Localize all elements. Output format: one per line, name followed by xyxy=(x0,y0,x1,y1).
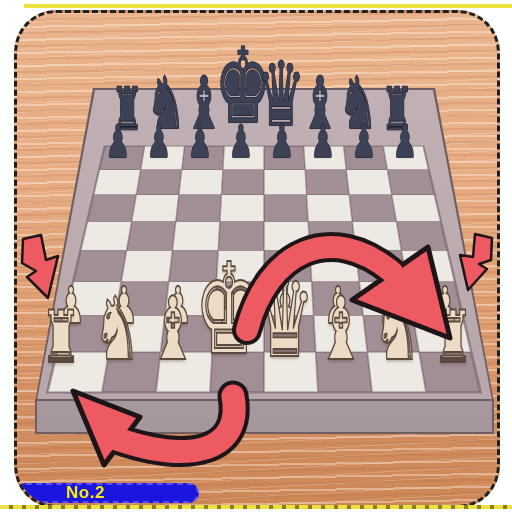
piece-black-pawn-b7[interactable]: ♟ xyxy=(146,119,171,164)
pieces-layer: ♜♞♝♚♛♝♞♜♟♟♟♟♟♟♟♟♟♟♟♟♟♟♟♟♜♞♝♚♛♝♞♜ xyxy=(14,10,500,508)
caption-text: No.2 xyxy=(18,483,105,503)
top-yellow-edge-line xyxy=(24,4,512,8)
piece-white-rook-h1[interactable]: ♜ xyxy=(434,300,474,372)
piece-white-rook-a1[interactable]: ♜ xyxy=(42,300,82,372)
piece-white-bishop-c1[interactable]: ♝ xyxy=(150,285,198,372)
piece-black-pawn-d7[interactable]: ♟ xyxy=(228,119,253,164)
illustration-frame: ♜♞♝♚♛♝♞♜♟♟♟♟♟♟♟♟♟♟♟♟♟♟♟♟♜♞♝♚♛♝♞♜ No.2 xyxy=(0,0,512,512)
bottom-yellow-edge-line xyxy=(0,505,512,509)
piece-white-knight-b1[interactable]: ♞ xyxy=(94,285,142,372)
piece-white-king-d1[interactable]: ♚ xyxy=(195,246,264,372)
piece-black-pawn-e7[interactable]: ♟ xyxy=(269,119,294,164)
piece-white-queen-e1[interactable]: ♛ xyxy=(256,264,315,372)
piece-black-pawn-f7[interactable]: ♟ xyxy=(310,119,335,164)
piece-white-bishop-f1[interactable]: ♝ xyxy=(318,285,366,372)
caption-badge: No.2 xyxy=(16,483,199,503)
wood-table-scene: ♜♞♝♚♛♝♞♜♟♟♟♟♟♟♟♟♟♟♟♟♟♟♟♟♜♞♝♚♛♝♞♜ No.2 xyxy=(14,10,500,508)
piece-black-pawn-c7[interactable]: ♟ xyxy=(187,119,212,164)
piece-black-pawn-a7[interactable]: ♟ xyxy=(105,119,130,164)
piece-black-pawn-h7[interactable]: ♟ xyxy=(392,119,417,164)
piece-white-knight-g1[interactable]: ♞ xyxy=(374,285,422,372)
piece-black-pawn-g7[interactable]: ♟ xyxy=(351,119,376,164)
